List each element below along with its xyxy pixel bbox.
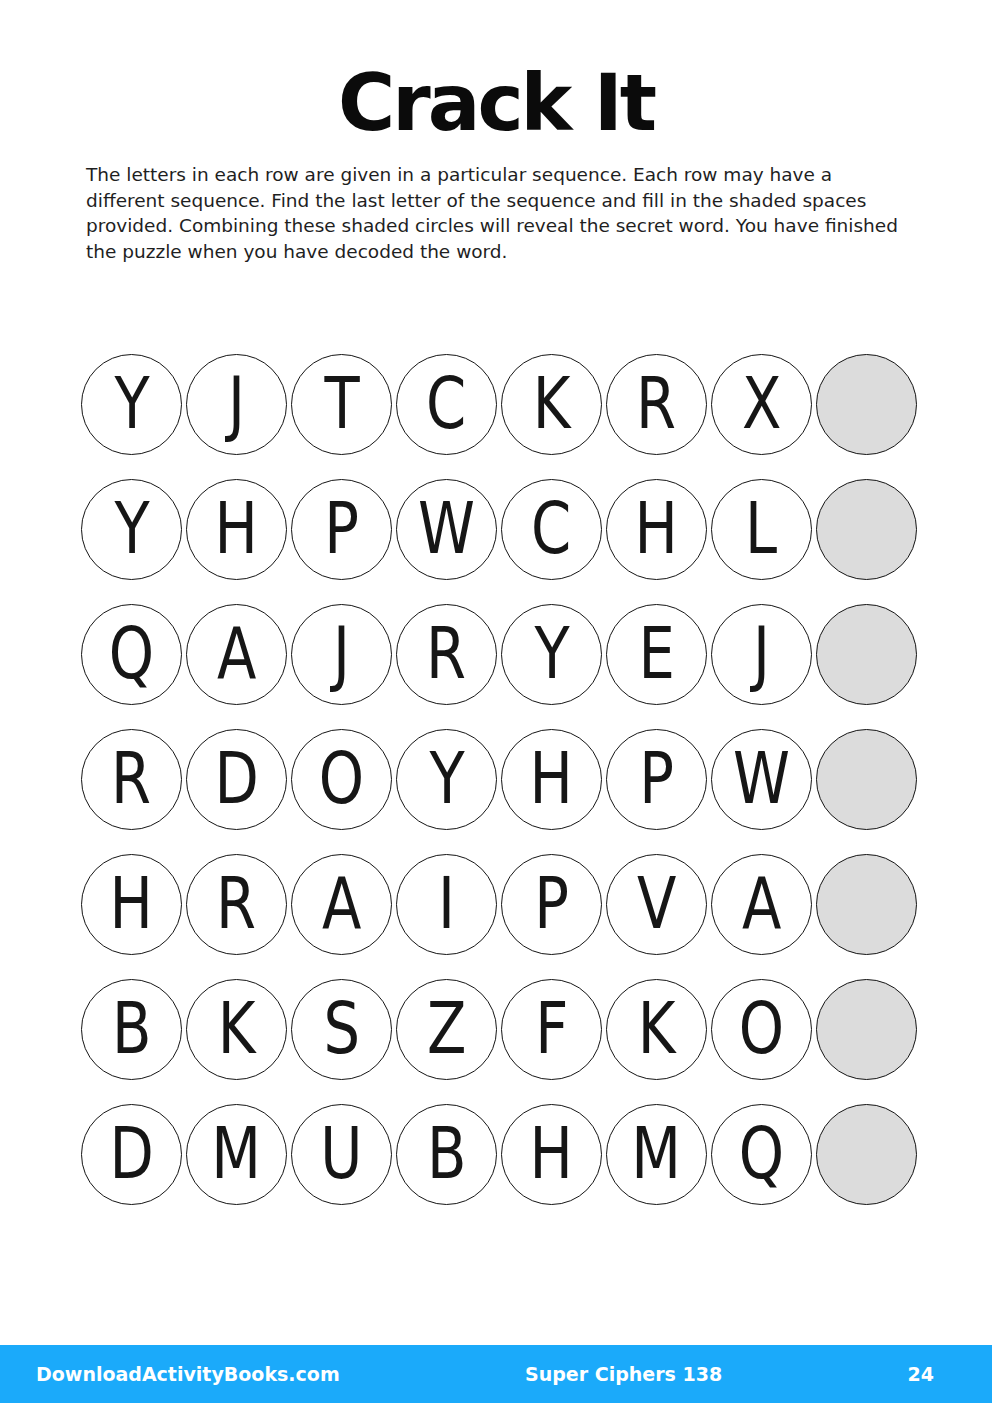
- letter-circle-r3c6: E: [606, 604, 707, 705]
- letter-glyph: H: [530, 742, 573, 818]
- letter-circle-r5c2: R: [186, 854, 287, 955]
- letter-circle-r5c6: V: [606, 854, 707, 955]
- letter-glyph: H: [530, 1117, 573, 1193]
- letter-glyph: I: [438, 867, 455, 943]
- letter-glyph: R: [636, 367, 676, 443]
- letter-glyph: C: [426, 367, 466, 443]
- letter-circle-r1c4: C: [396, 354, 497, 455]
- letter-circle-r4c6: P: [606, 729, 707, 830]
- letter-circle-r2c3: P: [291, 479, 392, 580]
- letter-circle-r7c2: M: [186, 1104, 287, 1205]
- letter-glyph: J: [333, 617, 350, 693]
- letter-circle-r6c5: F: [501, 979, 602, 1080]
- letter-circle-r4c5: H: [501, 729, 602, 830]
- letter-glyph: R: [426, 617, 466, 693]
- letter-glyph: P: [639, 742, 674, 818]
- letter-circle-r6c2: K: [186, 979, 287, 1080]
- letter-glyph: Q: [739, 1117, 784, 1193]
- letter-glyph: W: [733, 742, 790, 818]
- letter-circle-r4c4: Y: [396, 729, 497, 830]
- letter-circle-r3c5: Y: [501, 604, 602, 705]
- letter-circle-r6c4: Z: [396, 979, 497, 1080]
- answer-circle-r7[interactable]: [816, 1104, 917, 1205]
- letter-glyph: Y: [114, 367, 149, 443]
- letter-circle-r7c5: H: [501, 1104, 602, 1205]
- letter-glyph: T: [324, 367, 359, 443]
- letter-glyph: E: [638, 617, 674, 693]
- letter-circle-r6c3: S: [291, 979, 392, 1080]
- letter-circle-r2c6: H: [606, 479, 707, 580]
- letter-glyph: R: [216, 867, 256, 943]
- letter-glyph: K: [533, 367, 571, 443]
- letter-glyph: P: [534, 867, 569, 943]
- letter-glyph: R: [111, 742, 151, 818]
- letter-glyph: P: [324, 492, 359, 568]
- letter-glyph: Y: [429, 742, 464, 818]
- letter-circle-r2c1: Y: [81, 479, 182, 580]
- letter-circle-r2c4: W: [396, 479, 497, 580]
- letter-circle-r4c1: R: [81, 729, 182, 830]
- letter-circle-r5c1: H: [81, 854, 182, 955]
- letter-circle-r1c1: Y: [81, 354, 182, 455]
- letter-circle-r3c2: A: [186, 604, 287, 705]
- letter-circle-r3c4: R: [396, 604, 497, 705]
- footer: DownloadActivityBooks.com Super Ciphers …: [0, 1345, 992, 1403]
- answer-circle-r5[interactable]: [816, 854, 917, 955]
- letter-circle-r1c3: T: [291, 354, 392, 455]
- letter-circle-r3c3: J: [291, 604, 392, 705]
- page-title: Crack It: [0, 58, 992, 148]
- letter-glyph: X: [742, 367, 781, 443]
- letter-glyph: H: [110, 867, 153, 943]
- letter-glyph: U: [320, 1117, 362, 1193]
- letter-glyph: F: [535, 992, 568, 1068]
- letter-circle-r5c4: I: [396, 854, 497, 955]
- letter-circle-r5c3: A: [291, 854, 392, 955]
- letter-circle-r4c2: D: [186, 729, 287, 830]
- letter-glyph: A: [322, 867, 361, 943]
- letter-glyph: W: [418, 492, 475, 568]
- letter-circle-r7c7: Q: [711, 1104, 812, 1205]
- letter-glyph: A: [742, 867, 781, 943]
- worksheet-page: Crack It The letters in each row are giv…: [0, 0, 992, 1403]
- letter-glyph: Q: [109, 617, 154, 693]
- letter-glyph: V: [637, 867, 676, 943]
- footer-page-number: 24: [908, 1363, 934, 1385]
- letter-glyph: J: [753, 617, 770, 693]
- answer-circle-r4[interactable]: [816, 729, 917, 830]
- letter-glyph: Y: [114, 492, 149, 568]
- answer-circle-r2[interactable]: [816, 479, 917, 580]
- instructions-text: The letters in each row are given in a p…: [86, 162, 916, 264]
- letter-circle-r3c1: Q: [81, 604, 182, 705]
- letter-circle-r6c1: B: [81, 979, 182, 1080]
- letter-glyph: Z: [427, 992, 466, 1068]
- letter-glyph: A: [217, 617, 256, 693]
- footer-book-title: Super Ciphers 138: [340, 1363, 908, 1385]
- letter-circle-r1c5: K: [501, 354, 602, 455]
- letter-circle-r5c7: A: [711, 854, 812, 955]
- letter-circle-r5c5: P: [501, 854, 602, 955]
- letter-circle-r4c7: W: [711, 729, 812, 830]
- letter-glyph: H: [635, 492, 678, 568]
- answer-circle-r3[interactable]: [816, 604, 917, 705]
- letter-glyph: B: [427, 1117, 467, 1193]
- letter-circle-r2c2: H: [186, 479, 287, 580]
- letter-circle-r7c3: U: [291, 1104, 392, 1205]
- letter-circle-r4c3: O: [291, 729, 392, 830]
- answer-circle-r6[interactable]: [816, 979, 917, 1080]
- letter-circle-r2c5: C: [501, 479, 602, 580]
- puzzle-grid: YJTCKRXYHPWCHLQAJRYEJRDOYHPWHRAIPVABKSZF…: [79, 342, 919, 1217]
- footer-site-name: DownloadActivityBooks.com: [36, 1363, 340, 1385]
- letter-circle-r7c4: B: [396, 1104, 497, 1205]
- letter-circle-r1c6: R: [606, 354, 707, 455]
- letter-glyph: K: [638, 992, 676, 1068]
- letter-circle-r6c7: O: [711, 979, 812, 1080]
- letter-circle-r7c6: M: [606, 1104, 707, 1205]
- letter-glyph: M: [212, 1117, 262, 1193]
- letter-circle-r7c1: D: [81, 1104, 182, 1205]
- letter-circle-r6c6: K: [606, 979, 707, 1080]
- answer-circle-r1[interactable]: [816, 354, 917, 455]
- letter-glyph: J: [228, 367, 245, 443]
- letter-glyph: S: [323, 992, 360, 1068]
- letter-circle-r1c2: J: [186, 354, 287, 455]
- letter-circle-r2c7: L: [711, 479, 812, 580]
- letter-glyph: L: [745, 492, 777, 568]
- letter-glyph: M: [632, 1117, 682, 1193]
- letter-glyph: O: [319, 742, 364, 818]
- letter-circle-r1c7: X: [711, 354, 812, 455]
- letter-glyph: B: [112, 992, 152, 1068]
- letter-glyph: D: [109, 1117, 153, 1193]
- letter-circle-r3c7: J: [711, 604, 812, 705]
- letter-glyph: D: [214, 742, 258, 818]
- letter-glyph: K: [218, 992, 256, 1068]
- letter-glyph: C: [531, 492, 571, 568]
- letter-glyph: H: [215, 492, 258, 568]
- letter-glyph: O: [739, 992, 784, 1068]
- letter-glyph: Y: [534, 617, 569, 693]
